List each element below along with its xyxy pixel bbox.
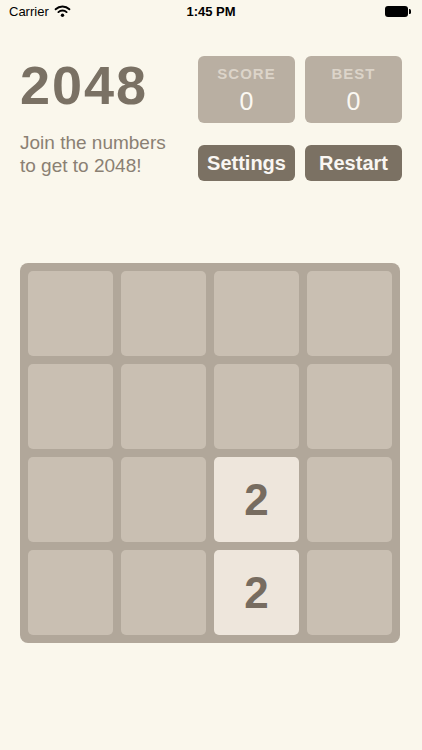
score-value: 0	[240, 87, 254, 116]
empty-cell	[121, 457, 206, 542]
empty-cell	[28, 364, 113, 449]
page-title: 2048	[20, 56, 148, 114]
empty-cell	[214, 364, 299, 449]
subtitle-line2: to get to 2048!	[20, 155, 142, 176]
subtitle: Join the numbers to get to 2048!	[20, 131, 166, 177]
board[interactable]: 22	[20, 263, 400, 643]
battery-icon	[385, 6, 408, 17]
phone-screen: Carrier 1:45 PM 2048 Join the numbers to…	[0, 0, 422, 750]
status-bar: Carrier 1:45 PM	[0, 0, 422, 22]
empty-cell	[307, 364, 392, 449]
empty-cell	[121, 364, 206, 449]
empty-cell	[307, 457, 392, 542]
empty-cell	[121, 271, 206, 356]
settings-button[interactable]: Settings	[198, 145, 295, 181]
best-value: 0	[347, 87, 361, 116]
tile-2: 2	[214, 550, 299, 635]
empty-cell	[28, 550, 113, 635]
empty-cell	[121, 550, 206, 635]
best-label: BEST	[331, 65, 375, 82]
empty-cell	[214, 271, 299, 356]
best-box: BEST 0	[305, 56, 402, 123]
empty-cell	[307, 550, 392, 635]
clock-label: 1:45 PM	[0, 0, 422, 22]
score-label: SCORE	[217, 65, 275, 82]
restart-button[interactable]: Restart	[305, 145, 402, 181]
empty-cell	[307, 271, 392, 356]
tile-2: 2	[214, 457, 299, 542]
score-box: SCORE 0	[198, 56, 295, 123]
empty-cell	[28, 271, 113, 356]
subtitle-line1: Join the numbers	[20, 132, 166, 153]
empty-cell	[28, 457, 113, 542]
